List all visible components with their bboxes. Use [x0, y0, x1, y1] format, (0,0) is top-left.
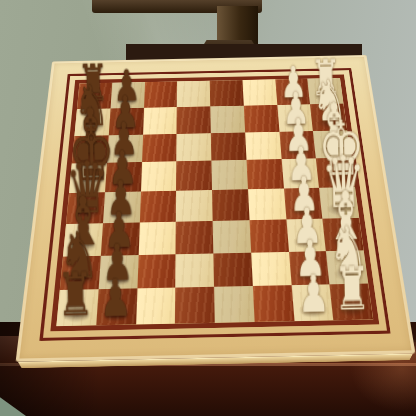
square-g3[interactable]	[244, 105, 279, 132]
square-e6[interactable]	[141, 161, 177, 191]
photo-scene: ♜♞♝♛♚♝♞♜♟♟♟♟♟♟♟♟♟♟♟♟♟♟♟♟♜♞♝♛♚♝♞♜	[0, 0, 416, 416]
piece-black-rook[interactable]: ♜	[56, 289, 98, 326]
square-f3[interactable]	[245, 131, 281, 160]
square-g4[interactable]	[210, 105, 245, 132]
piece-black-pawn[interactable]: ♟	[96, 289, 137, 326]
square-g6[interactable]	[143, 107, 177, 134]
square-h8[interactable]	[77, 83, 112, 109]
square-f7[interactable]	[107, 134, 143, 163]
square-g1[interactable]	[310, 103, 347, 130]
pawn-glyph: ♟	[293, 268, 334, 320]
square-h5[interactable]	[177, 81, 210, 107]
piece-white-pawn[interactable]: ♟	[291, 285, 333, 322]
pawn-glyph: ♟	[95, 272, 136, 324]
piece-white-rook[interactable]: ♜	[330, 284, 373, 321]
square-h1[interactable]	[307, 78, 343, 104]
square-e4[interactable]	[211, 160, 247, 190]
square-h2[interactable]	[275, 79, 310, 105]
square-f4[interactable]	[211, 132, 246, 161]
chess-board: ♜♞♝♛♚♝♞♜♟♟♟♟♟♟♟♟♟♟♟♟♟♟♟♟♜♞♝♛♚♝♞♜	[16, 55, 416, 362]
rook-glyph: ♜	[332, 259, 373, 319]
square-g2[interactable]	[277, 104, 313, 131]
square-g7[interactable]	[109, 108, 144, 135]
square-g8[interactable]	[74, 108, 110, 135]
square-g5[interactable]	[177, 106, 211, 133]
square-h3[interactable]	[242, 79, 277, 105]
square-e5[interactable]	[176, 161, 212, 191]
square-f5[interactable]	[176, 133, 211, 162]
square-f2[interactable]	[279, 131, 316, 160]
square-e3[interactable]	[246, 159, 283, 189]
square-h6[interactable]	[144, 81, 178, 107]
square-h7[interactable]	[110, 82, 144, 108]
rook-glyph: ♜	[55, 265, 96, 325]
square-h4[interactable]	[210, 80, 244, 106]
square-f6[interactable]	[142, 134, 177, 163]
